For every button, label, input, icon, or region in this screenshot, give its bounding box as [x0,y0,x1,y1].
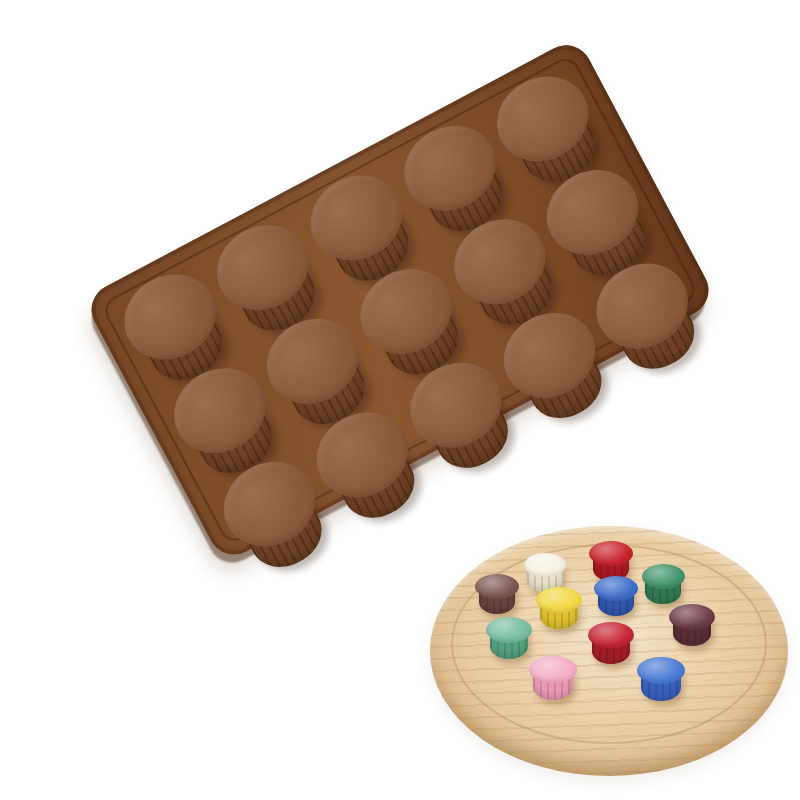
candy-top-face [588,622,634,648]
chocolate-mold [82,36,717,564]
candy-top-face [536,587,582,613]
candy-top-face [669,604,715,630]
candy-piece-pink [529,656,577,700]
candy-piece-red-2 [588,622,634,664]
candy-piece-maroon [669,604,715,646]
candy-piece-red-1 [589,541,633,581]
candy-top-face [642,564,685,589]
candy-piece-blue-2 [637,657,685,701]
candy-top-face [529,656,577,683]
candy-piece-yellow [536,587,582,629]
candy-piece-brown [475,574,519,614]
candy-piece-blue-1 [594,576,638,616]
candy-piece-mint [486,617,532,659]
product-photo-stage [0,0,800,800]
candy-piece-green [642,564,685,604]
candy-top-face [637,657,685,684]
mold-grid [104,58,696,543]
candy-top-face [594,576,638,601]
candy-top-face [486,617,532,643]
candy-piece-ivory [524,553,566,592]
candy-top-face [475,574,519,599]
candy-top-face [589,541,633,566]
candy-top-face [524,553,566,577]
